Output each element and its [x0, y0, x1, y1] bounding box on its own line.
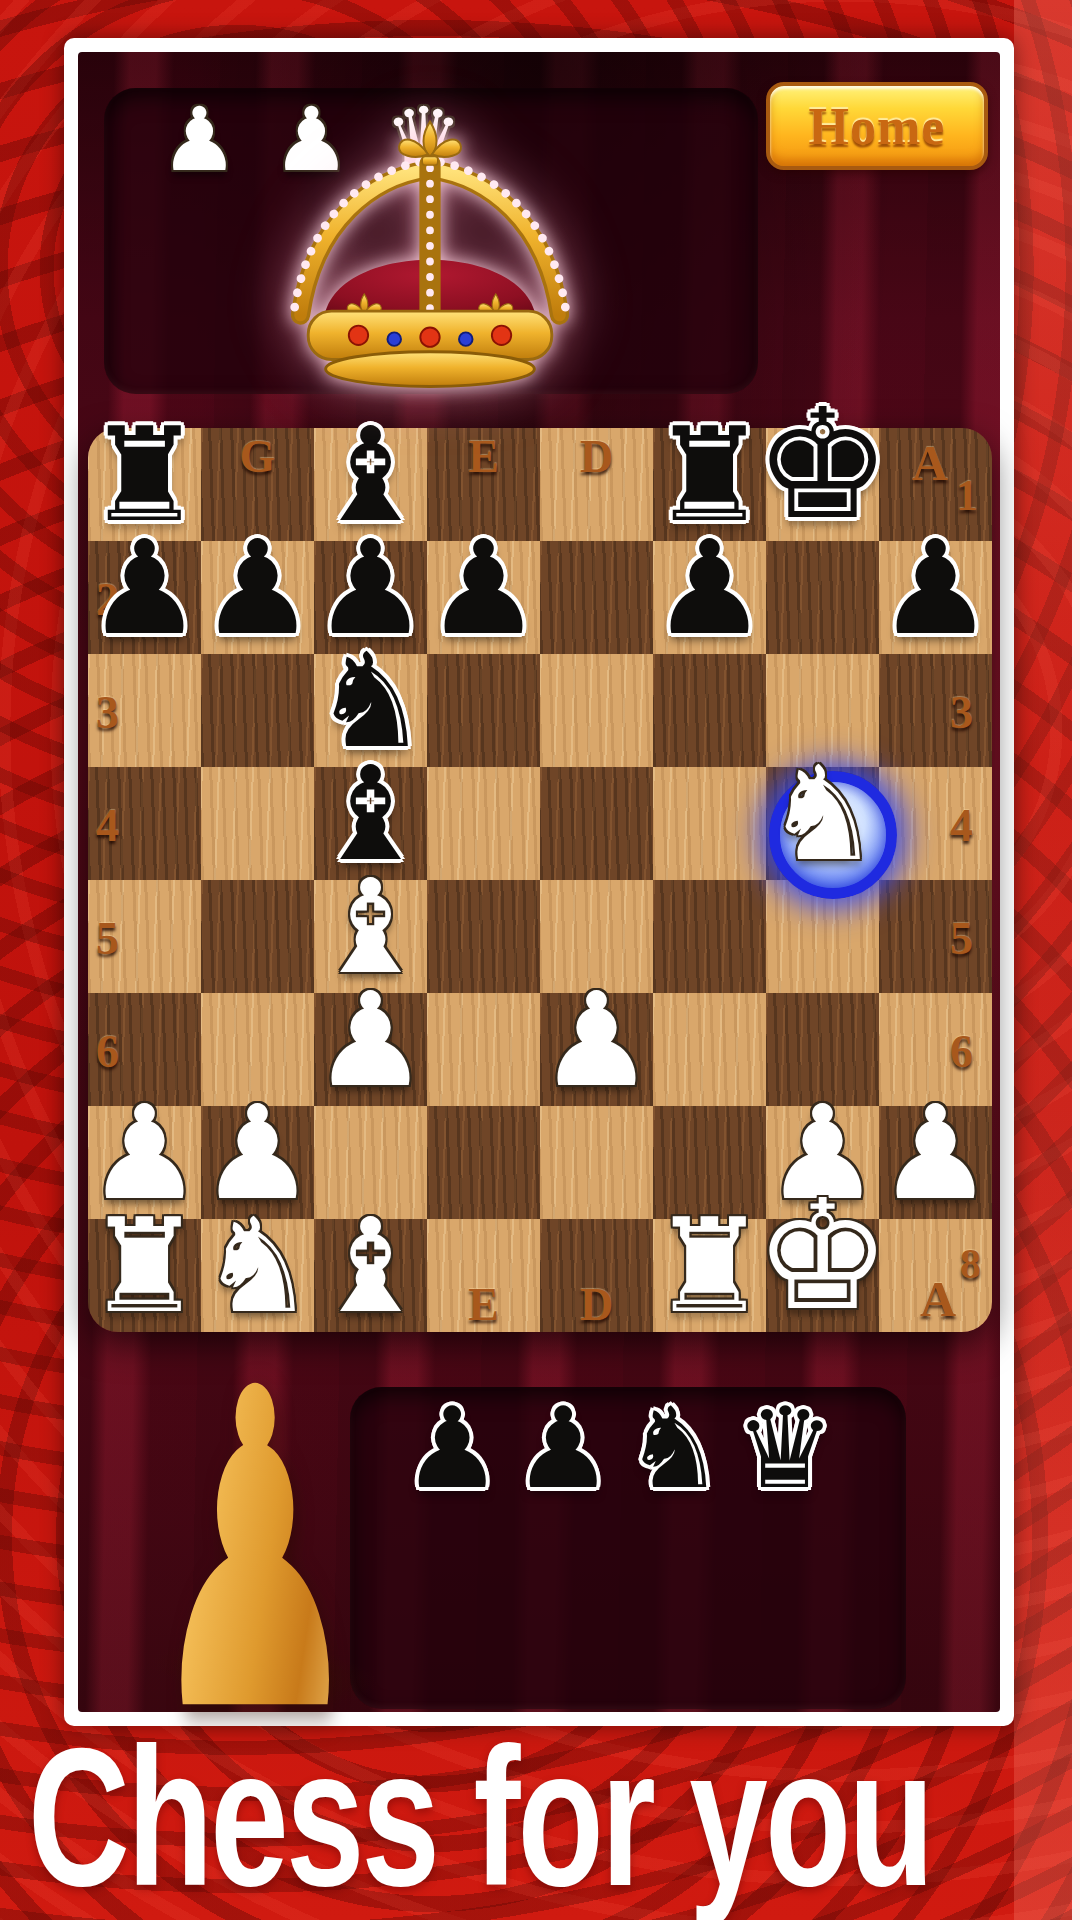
captured-white-pawn: ♟: [160, 96, 239, 184]
coord-label-corner-tr-A: A: [912, 434, 948, 492]
coord-label-left-6: 6: [96, 1025, 119, 1078]
home-button-label: Home: [809, 97, 946, 156]
coord-label-top-D: D: [540, 430, 653, 483]
captured-black-queen: ♛: [735, 1392, 835, 1504]
coord-label-left-3: 3: [96, 686, 119, 739]
chess-board: GFEDA1234563456ED8A♜♝♜♚♟♟♟♟♟♟♞♝♞♝♟♟♟♟♟♟♜…: [88, 428, 992, 1332]
piece-white-rook-r8c6[interactable]: ♜: [653, 1209, 766, 1322]
captured-black-pawn: ♟: [513, 1392, 613, 1504]
right-edge-bright-strip: [1014, 0, 1072, 1920]
coord-label-corner-br-A: A: [920, 1270, 956, 1328]
piece-white-knight-r4c7[interactable]: ♞: [766, 757, 879, 870]
coord-label-corner-br2-8: 8: [960, 1240, 981, 1288]
captured-black-pawn: ♟: [402, 1392, 502, 1504]
piece-white-pawn-r6c3[interactable]: ♟: [314, 983, 427, 1096]
coord-label-left-5: 5: [96, 912, 119, 965]
crown-graphic: [256, 88, 604, 424]
coord-label-top-E: E: [427, 430, 540, 483]
piece-black-pawn-r2c1[interactable]: ♟: [88, 531, 201, 644]
piece-black-king-r1c7[interactable]: ♚: [766, 408, 879, 521]
golden-pawn-decoration: ♟: [145, 1332, 366, 1772]
coord-label-right-3: 3: [950, 686, 973, 739]
captured-black-knight: ♞: [624, 1392, 724, 1504]
right-edge-white-strip: [1072, 0, 1080, 1920]
piece-black-pawn-r2c6[interactable]: ♟: [653, 531, 766, 644]
coord-label-left-4: 4: [96, 799, 119, 852]
coord-label-top-G: G: [201, 430, 314, 483]
coord-label-right-5: 5: [950, 912, 973, 965]
coord-label-right-4: 4: [950, 799, 973, 852]
coord-label-bottom-D: D: [540, 1278, 653, 1331]
piece-white-king-r8c7[interactable]: ♚: [766, 1199, 879, 1312]
tagline-text: Chess for you: [28, 1738, 932, 1898]
piece-black-pawn-r2c4[interactable]: ♟: [427, 531, 540, 644]
home-button[interactable]: Home: [766, 82, 988, 170]
piece-white-pawn-r6c5[interactable]: ♟: [540, 983, 653, 1096]
coord-label-bottom-E: E: [427, 1278, 540, 1331]
app-screenshot: ♟♟♛♟♟♞♛: [0, 0, 1080, 1920]
coord-label-right-6: 6: [950, 1025, 973, 1078]
piece-black-pawn-r2c2[interactable]: ♟: [201, 531, 314, 644]
board-overlay: GFEDA1234563456ED8A♜♝♜♚♟♟♟♟♟♟♞♝♞♝♟♟♟♟♟♟♜…: [88, 428, 992, 1332]
piece-black-pawn-r2c8[interactable]: ♟: [879, 531, 992, 644]
piece-white-pawn-r7c8[interactable]: ♟: [879, 1096, 992, 1209]
